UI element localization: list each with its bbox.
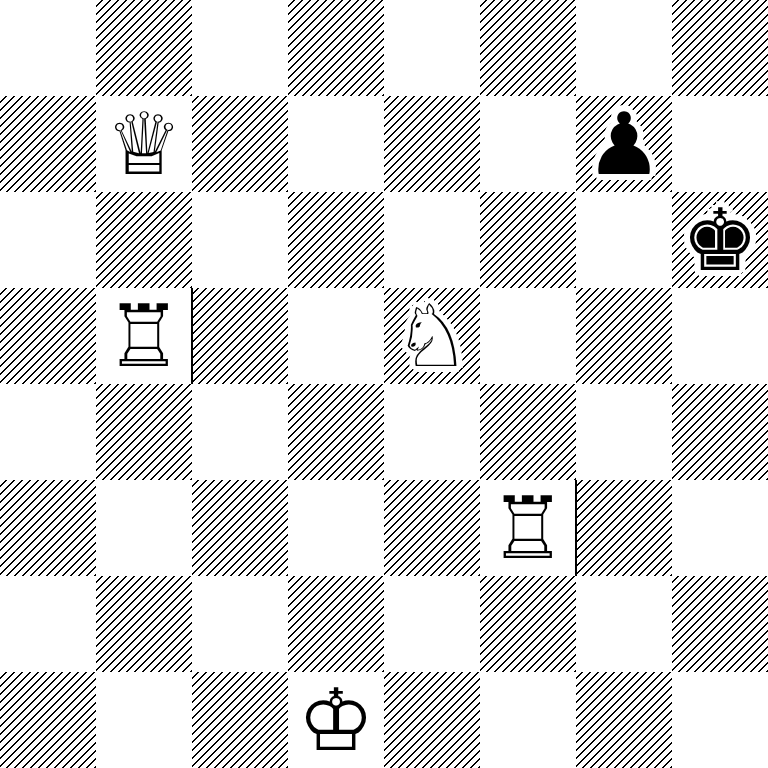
- square-a6[interactable]: [0, 192, 96, 288]
- piece-outline-glyph: ♕: [105, 101, 182, 187]
- square-h5[interactable]: [672, 288, 768, 384]
- square-f4[interactable]: [480, 384, 576, 480]
- square-b2[interactable]: [96, 576, 192, 672]
- square-g8[interactable]: [576, 0, 672, 96]
- piece-white-rook[interactable]: ♜♖: [96, 288, 192, 384]
- square-a5[interactable]: [0, 288, 96, 384]
- piece-outline-glyph: ♖: [105, 293, 182, 379]
- piece-outline-glyph: ♖: [489, 485, 566, 571]
- square-d3[interactable]: [288, 480, 384, 576]
- square-right-edge-line-artifact: [191, 288, 193, 384]
- square-a3[interactable]: [0, 480, 96, 576]
- square-a7[interactable]: [0, 96, 96, 192]
- square-b5[interactable]: ♜♖: [96, 288, 192, 384]
- square-h2[interactable]: [672, 576, 768, 672]
- square-h6[interactable]: ♚: [672, 192, 768, 288]
- square-c5[interactable]: [192, 288, 288, 384]
- square-f2[interactable]: [480, 576, 576, 672]
- square-h8[interactable]: [672, 0, 768, 96]
- square-d7[interactable]: [288, 96, 384, 192]
- piece-white-rook[interactable]: ♜♖: [480, 480, 576, 576]
- piece-white-knight[interactable]: ♞♘: [384, 288, 480, 384]
- square-f1[interactable]: [480, 672, 576, 768]
- square-e3[interactable]: [384, 480, 480, 576]
- square-h4[interactable]: [672, 384, 768, 480]
- square-g1[interactable]: [576, 672, 672, 768]
- square-a1[interactable]: [0, 672, 96, 768]
- square-c8[interactable]: [192, 0, 288, 96]
- square-g7[interactable]: ♟: [576, 96, 672, 192]
- square-g5[interactable]: [576, 288, 672, 384]
- square-c6[interactable]: [192, 192, 288, 288]
- square-e4[interactable]: [384, 384, 480, 480]
- square-c2[interactable]: [192, 576, 288, 672]
- square-c1[interactable]: [192, 672, 288, 768]
- square-g3[interactable]: [576, 480, 672, 576]
- square-b8[interactable]: [96, 0, 192, 96]
- square-d4[interactable]: [288, 384, 384, 480]
- square-c4[interactable]: [192, 384, 288, 480]
- square-f5[interactable]: [480, 288, 576, 384]
- piece-white-queen[interactable]: ♛♕: [96, 96, 192, 192]
- piece-glyph: ♟: [585, 101, 662, 187]
- square-g4[interactable]: [576, 384, 672, 480]
- square-d8[interactable]: [288, 0, 384, 96]
- square-f8[interactable]: [480, 0, 576, 96]
- square-f3[interactable]: ♜♖: [480, 480, 576, 576]
- square-c3[interactable]: [192, 480, 288, 576]
- square-g2[interactable]: [576, 576, 672, 672]
- square-b6[interactable]: [96, 192, 192, 288]
- piece-glyph: ♚: [681, 197, 758, 283]
- square-f7[interactable]: [480, 96, 576, 192]
- piece-black-king[interactable]: ♚: [672, 192, 768, 288]
- square-e6[interactable]: [384, 192, 480, 288]
- square-d1[interactable]: ♚♔: [288, 672, 384, 768]
- square-e1[interactable]: [384, 672, 480, 768]
- square-right-edge-line-artifact: [575, 480, 577, 576]
- piece-outline-glyph: ♘: [393, 293, 470, 379]
- piece-white-king[interactable]: ♚♔: [288, 672, 384, 768]
- square-h3[interactable]: [672, 480, 768, 576]
- square-d2[interactable]: [288, 576, 384, 672]
- square-b4[interactable]: [96, 384, 192, 480]
- square-a4[interactable]: [0, 384, 96, 480]
- square-b3[interactable]: [96, 480, 192, 576]
- square-d5[interactable]: [288, 288, 384, 384]
- square-e8[interactable]: [384, 0, 480, 96]
- square-d6[interactable]: [288, 192, 384, 288]
- chess-board: ♛♕♟♚♜♖♞♘♜♖♚♔: [0, 0, 768, 768]
- square-h1[interactable]: [672, 672, 768, 768]
- square-a8[interactable]: [0, 0, 96, 96]
- piece-black-pawn[interactable]: ♟: [576, 96, 672, 192]
- square-e7[interactable]: [384, 96, 480, 192]
- square-c7[interactable]: [192, 96, 288, 192]
- square-f6[interactable]: [480, 192, 576, 288]
- piece-outline-glyph: ♔: [297, 677, 374, 763]
- square-e5[interactable]: ♞♘: [384, 288, 480, 384]
- square-h7[interactable]: [672, 96, 768, 192]
- square-g6[interactable]: [576, 192, 672, 288]
- square-b7[interactable]: ♛♕: [96, 96, 192, 192]
- square-b1[interactable]: [96, 672, 192, 768]
- square-a2[interactable]: [0, 576, 96, 672]
- square-e2[interactable]: [384, 576, 480, 672]
